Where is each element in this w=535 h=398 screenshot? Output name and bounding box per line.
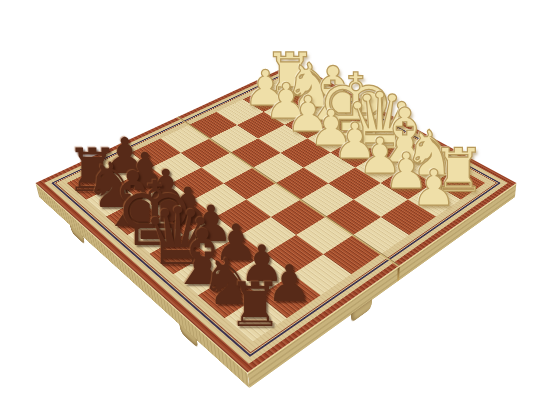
piece-white-pawn[interactable]: ♟ [411, 164, 456, 214]
piece-black-rook[interactable]: ♜ [227, 274, 282, 336]
board-foot [69, 224, 85, 245]
square[interactable] [300, 183, 354, 217]
square[interactable] [323, 235, 381, 274]
hinge-seam [397, 267, 399, 282]
photo-canvas: ♜♞♟♝♟♚♟♛♟♝♟♞♟♟♜♟♟♜♟♟♞♟♝♟♚♟♛♟♝♟♞♜ [0, 0, 535, 398]
square[interactable] [352, 217, 408, 254]
square[interactable] [246, 183, 300, 217]
board-foot [179, 324, 198, 349]
board-foot [350, 299, 371, 323]
square[interactable] [270, 199, 325, 234]
square[interactable] [325, 199, 380, 234]
square[interactable] [296, 217, 352, 254]
